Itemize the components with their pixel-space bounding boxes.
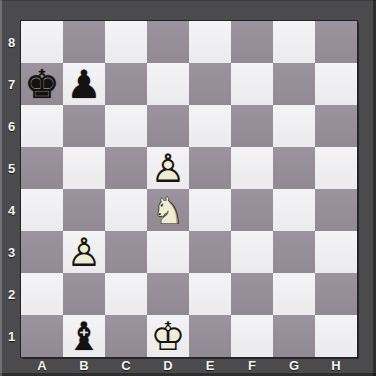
chess-board: ♚♟♟♙♞♘♟♙♝♚♔ [21,21,357,357]
square-e1[interactable] [189,315,231,357]
square-c1[interactable] [105,315,147,357]
white-king[interactable]: ♔ [147,315,189,357]
rank-label-3: 3 [2,231,21,273]
file-label-b: B [63,357,105,374]
square-d8[interactable] [147,21,189,63]
square-h6[interactable] [315,105,357,147]
square-g5[interactable] [273,147,315,189]
square-f8[interactable] [231,21,273,63]
square-c6[interactable] [105,105,147,147]
square-h1[interactable] [315,315,357,357]
square-d6[interactable] [147,105,189,147]
square-a3[interactable] [21,231,63,273]
square-g8[interactable] [273,21,315,63]
square-h4[interactable] [315,189,357,231]
square-f4[interactable] [231,189,273,231]
square-e6[interactable] [189,105,231,147]
rank-label-1: 1 [2,315,21,357]
square-b5[interactable] [63,147,105,189]
square-e7[interactable] [189,63,231,105]
square-g3[interactable] [273,231,315,273]
rank-label-7: 7 [2,63,21,105]
square-c8[interactable] [105,21,147,63]
square-f1[interactable] [231,315,273,357]
square-b6[interactable] [63,105,105,147]
square-g1[interactable] [273,315,315,357]
square-e8[interactable] [189,21,231,63]
rank-label-5: 5 [2,147,21,189]
black-pawn[interactable]: ♟ [63,63,105,105]
white-pawn[interactable]: ♙ [147,147,189,189]
square-h7[interactable] [315,63,357,105]
square-d5[interactable]: ♟♙ [147,147,189,189]
square-a1[interactable] [21,315,63,357]
rank-label-2: 2 [2,273,21,315]
square-d4[interactable]: ♞♘ [147,189,189,231]
square-d3[interactable] [147,231,189,273]
white-pawn[interactable]: ♙ [63,231,105,273]
white-pawn-fill: ♟ [63,231,105,273]
file-label-d: D [147,357,189,374]
square-h3[interactable] [315,231,357,273]
chess-board-window: 87654321 ABCDEFGH ♚♟♟♙♞♘♟♙♝♚♔ [0,0,376,376]
black-bishop[interactable]: ♝ [63,315,105,357]
square-b4[interactable] [63,189,105,231]
square-c3[interactable] [105,231,147,273]
rank-labels: 87654321 [2,21,21,357]
white-knight[interactable]: ♘ [147,189,189,231]
rank-label-8: 8 [2,21,21,63]
square-b3[interactable]: ♟♙ [63,231,105,273]
square-c7[interactable] [105,63,147,105]
black-king[interactable]: ♚ [21,63,63,105]
square-g7[interactable] [273,63,315,105]
file-label-a: A [21,357,63,374]
square-a8[interactable] [21,21,63,63]
white-king-fill: ♚ [147,315,189,357]
square-a5[interactable] [21,147,63,189]
square-d7[interactable] [147,63,189,105]
file-label-f: F [231,357,273,374]
square-h2[interactable] [315,273,357,315]
square-a2[interactable] [21,273,63,315]
file-label-h: H [315,357,357,374]
rank-label-6: 6 [2,105,21,147]
white-pawn-fill: ♟ [147,147,189,189]
square-g2[interactable] [273,273,315,315]
square-e2[interactable] [189,273,231,315]
square-g4[interactable] [273,189,315,231]
square-c4[interactable] [105,189,147,231]
square-b2[interactable] [63,273,105,315]
square-f6[interactable] [231,105,273,147]
square-f3[interactable] [231,231,273,273]
square-g6[interactable] [273,105,315,147]
square-e4[interactable] [189,189,231,231]
square-e3[interactable] [189,231,231,273]
square-b8[interactable] [63,21,105,63]
square-f5[interactable] [231,147,273,189]
square-e5[interactable] [189,147,231,189]
square-a4[interactable] [21,189,63,231]
square-a6[interactable] [21,105,63,147]
rank-label-4: 4 [2,189,21,231]
square-d1[interactable]: ♚♔ [147,315,189,357]
square-h8[interactable] [315,21,357,63]
file-label-g: G [273,357,315,374]
square-h5[interactable] [315,147,357,189]
square-c2[interactable] [105,273,147,315]
square-f2[interactable] [231,273,273,315]
square-a7[interactable]: ♚ [21,63,63,105]
file-label-e: E [189,357,231,374]
square-d2[interactable] [147,273,189,315]
square-b7[interactable]: ♟ [63,63,105,105]
square-f7[interactable] [231,63,273,105]
square-b1[interactable]: ♝ [63,315,105,357]
white-knight-fill: ♞ [147,189,189,231]
file-labels: ABCDEFGH [21,357,357,374]
square-c5[interactable] [105,147,147,189]
file-label-c: C [105,357,147,374]
